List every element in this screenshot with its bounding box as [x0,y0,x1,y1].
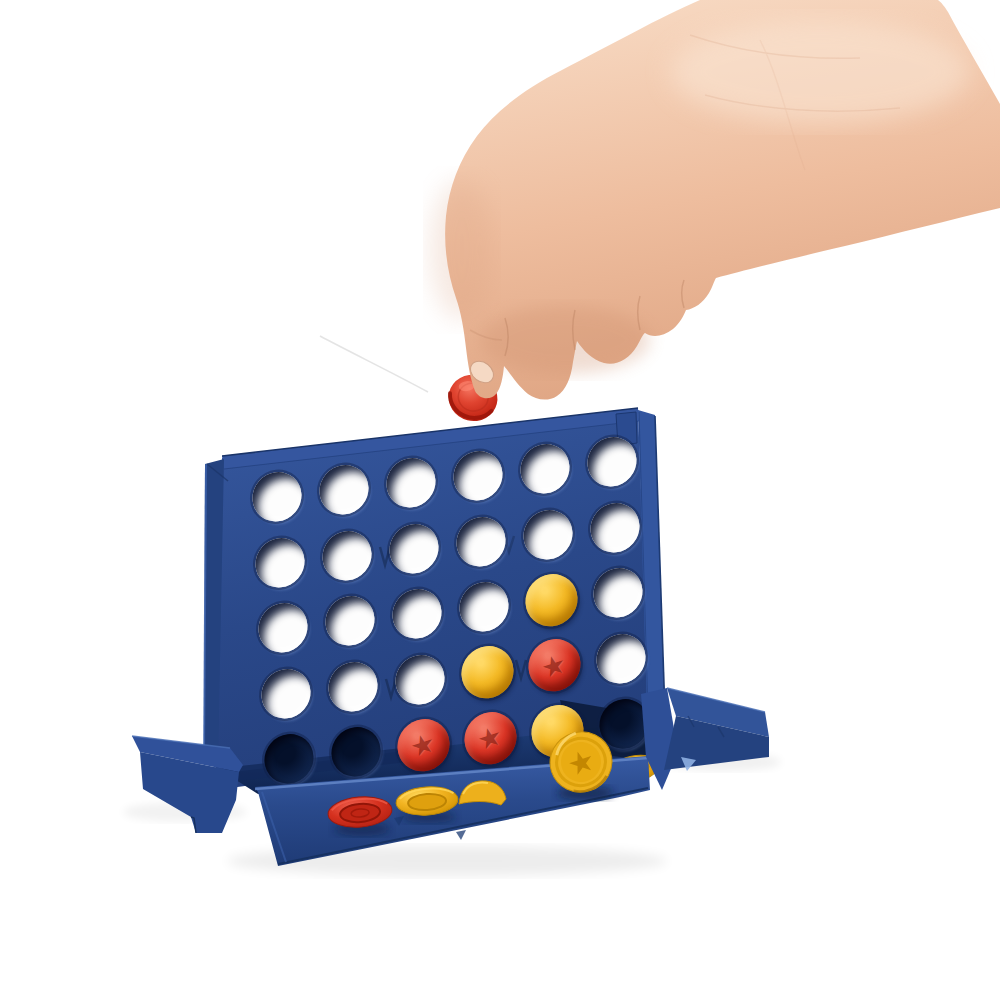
forearm-highlight [670,20,970,124]
wrist-shading [430,180,494,320]
tray-left-wing [132,736,243,833]
product-photo-connect-four: ★★★ [0,0,1000,1000]
hand-group [430,0,1000,426]
tray-front-and-hand-layer: ★ [0,0,1000,1000]
fist-shading [480,306,650,374]
tray-right-wing [641,688,769,790]
